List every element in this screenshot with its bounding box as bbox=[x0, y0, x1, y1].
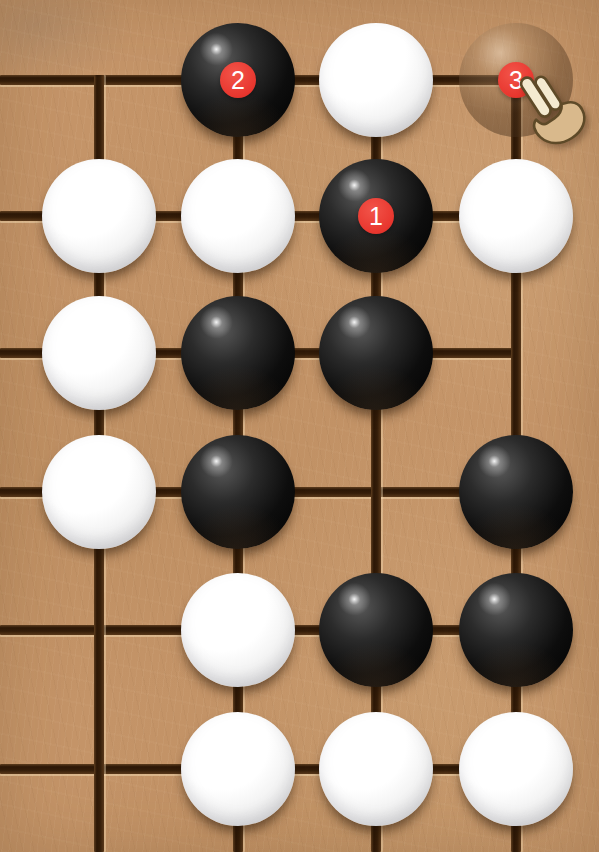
move-number-badge: 1 bbox=[358, 198, 394, 234]
white-stone bbox=[181, 573, 295, 687]
white-stone bbox=[181, 712, 295, 826]
black-stone bbox=[181, 435, 295, 549]
black-stone bbox=[459, 573, 573, 687]
tap-hand-cursor-icon bbox=[500, 72, 596, 188]
white-stone bbox=[42, 435, 156, 549]
white-stone bbox=[319, 23, 433, 137]
white-stone bbox=[42, 296, 156, 410]
black-stone bbox=[319, 296, 433, 410]
black-stone bbox=[181, 296, 295, 410]
white-stone bbox=[42, 159, 156, 273]
white-stone bbox=[181, 159, 295, 273]
black-stone bbox=[319, 573, 433, 687]
white-stone bbox=[459, 712, 573, 826]
white-stone bbox=[319, 712, 433, 826]
move-number-badge: 2 bbox=[220, 62, 256, 98]
go-board[interactable]: 123 bbox=[0, 0, 599, 852]
black-stone bbox=[459, 435, 573, 549]
